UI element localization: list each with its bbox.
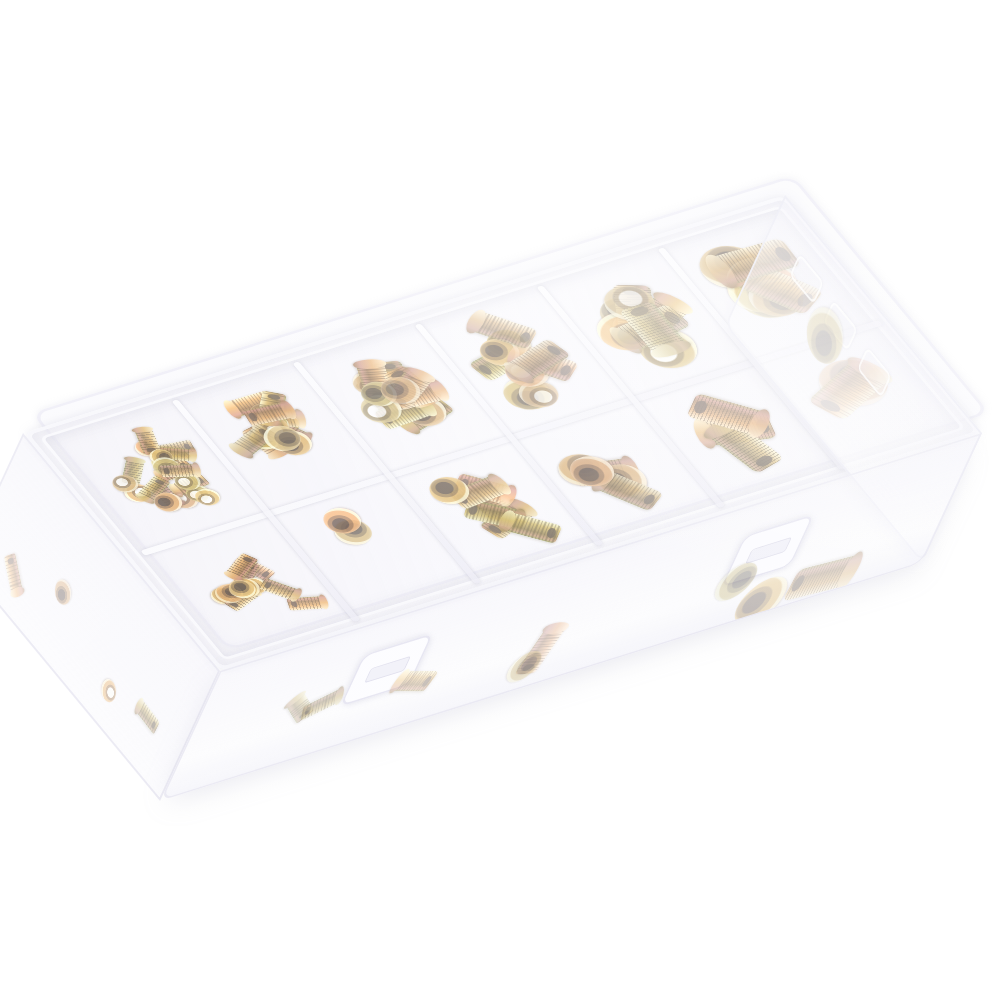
rivet-nut-flange (124, 456, 147, 466)
rivet-nut (781, 554, 862, 603)
rivet-nut (300, 688, 341, 721)
rivet-nut-flange (540, 621, 573, 634)
front-latch-right-tab (745, 537, 792, 564)
rivet-nut-flange (131, 426, 155, 434)
rivet-nut-bore (150, 720, 156, 730)
molded-rib (857, 347, 891, 398)
rivet-nut-flange (188, 448, 197, 463)
rivet-nut-bore (788, 575, 806, 594)
rivet-nut-bore (421, 676, 434, 686)
rivet-nut-bore (558, 364, 573, 377)
rivet-nut-flange (9, 585, 25, 599)
rivet-nut-flange (221, 399, 245, 420)
rivet-nut-bore (693, 400, 709, 415)
rivet-nut (4, 552, 23, 594)
rivet-nut-bore (476, 363, 494, 376)
rivet-nut-flange (190, 462, 202, 477)
rivet-nut-bore (7, 557, 14, 565)
rivet-nut-bore (264, 582, 272, 589)
rivet-nut-bore (628, 305, 650, 317)
rivet-nut-flange (463, 307, 490, 335)
rivet-nut-bore (754, 454, 775, 468)
rivet-nut-flange (317, 595, 330, 610)
rivet-nut-bore (260, 570, 270, 577)
rivet-nut-bore (304, 706, 311, 716)
rivet-nut-bore (247, 412, 258, 421)
rivet-nut-flange (351, 358, 387, 369)
rivet-nut (259, 578, 299, 601)
rivet-nut (159, 464, 198, 478)
product-photo-scene (0, 0, 1000, 1000)
rivet-nut-flange (226, 441, 256, 460)
molded-rib (789, 253, 823, 304)
rivet-nut-bore (642, 493, 658, 506)
rivet-nut (500, 649, 548, 683)
front-latch-left (340, 633, 434, 707)
rivet-nut-flange (133, 695, 145, 716)
rivet-nut-flange (832, 550, 867, 592)
rivet-nut-bore (163, 468, 170, 474)
rivet-nut-bore (267, 394, 280, 401)
rivet-nut (53, 577, 74, 608)
rivet-nut-bore (154, 478, 165, 485)
rivet-nut (136, 700, 160, 735)
rivet-nut (799, 295, 850, 375)
rivet-nut-bore (242, 556, 253, 563)
rivet-nut-bore (518, 331, 532, 344)
rivet-nut (99, 675, 119, 705)
rivet-nut-bore (291, 601, 298, 608)
rivet-nut-bore (545, 527, 557, 538)
rivet-nut-bore (545, 344, 563, 357)
